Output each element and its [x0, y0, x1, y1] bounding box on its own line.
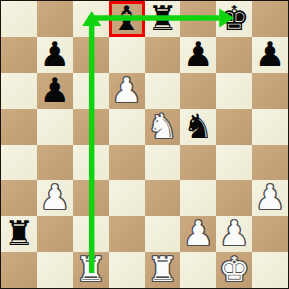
- square-e5[interactable]: ♞: [145, 109, 181, 145]
- square-e7[interactable]: [145, 37, 181, 73]
- square-g6[interactable]: [216, 73, 252, 109]
- square-c1[interactable]: ♜: [73, 252, 109, 288]
- square-d1[interactable]: [109, 252, 145, 288]
- square-h2[interactable]: [252, 216, 288, 252]
- square-a6[interactable]: [1, 73, 37, 109]
- square-h4[interactable]: [252, 145, 288, 181]
- square-b5[interactable]: [37, 109, 73, 145]
- square-c5[interactable]: [73, 109, 109, 145]
- square-a7[interactable]: [1, 37, 37, 73]
- square-f6[interactable]: [180, 73, 216, 109]
- square-d5[interactable]: [109, 109, 145, 145]
- piece-black-pawn[interactable]: ♟: [40, 37, 70, 71]
- square-h6[interactable]: [252, 73, 288, 109]
- piece-black-king[interactable]: ♚: [219, 1, 249, 35]
- square-g1[interactable]: ♚: [216, 252, 252, 288]
- square-a3[interactable]: [1, 180, 37, 216]
- square-h7[interactable]: ♟: [252, 37, 288, 73]
- square-g2[interactable]: ♟: [216, 216, 252, 252]
- square-c8[interactable]: [73, 1, 109, 37]
- piece-white-rook[interactable]: ♜: [75, 252, 105, 286]
- square-d8[interactable]: ♝: [109, 1, 145, 37]
- piece-black-knight[interactable]: ♞: [183, 109, 213, 143]
- piece-white-pawn[interactable]: ♟: [255, 180, 285, 214]
- square-h1[interactable]: [252, 252, 288, 288]
- piece-white-pawn[interactable]: ♟: [219, 216, 249, 250]
- square-b1[interactable]: [37, 252, 73, 288]
- square-g7[interactable]: [216, 37, 252, 73]
- square-c4[interactable]: [73, 145, 109, 181]
- square-e6[interactable]: [145, 73, 181, 109]
- piece-black-pawn[interactable]: ♟: [40, 73, 70, 107]
- square-f4[interactable]: [180, 145, 216, 181]
- square-a5[interactable]: [1, 109, 37, 145]
- square-d4[interactable]: [109, 145, 145, 181]
- square-c3[interactable]: [73, 180, 109, 216]
- square-f8[interactable]: [180, 1, 216, 37]
- square-b4[interactable]: [37, 145, 73, 181]
- square-a4[interactable]: [1, 145, 37, 181]
- piece-white-king[interactable]: ♚: [219, 252, 249, 286]
- square-a2[interactable]: ♜: [1, 216, 37, 252]
- square-f7[interactable]: ♟: [180, 37, 216, 73]
- square-h5[interactable]: [252, 109, 288, 145]
- piece-black-bishop[interactable]: ♝: [111, 1, 141, 35]
- square-e1[interactable]: ♜: [145, 252, 181, 288]
- square-b3[interactable]: ♟: [37, 180, 73, 216]
- square-e4[interactable]: [145, 145, 181, 181]
- square-b6[interactable]: ♟: [37, 73, 73, 109]
- square-c2[interactable]: [73, 216, 109, 252]
- square-b2[interactable]: [37, 216, 73, 252]
- chess-board: ♝♜♚♟♟♟♟♟♞♞♟♟♜♟♟♜♜♚: [0, 0, 289, 289]
- square-g3[interactable]: [216, 180, 252, 216]
- piece-black-rook[interactable]: ♜: [147, 1, 177, 35]
- square-f5[interactable]: ♞: [180, 109, 216, 145]
- square-b8[interactable]: [37, 1, 73, 37]
- square-d6[interactable]: ♟: [109, 73, 145, 109]
- square-c7[interactable]: [73, 37, 109, 73]
- piece-white-pawn[interactable]: ♟: [40, 180, 70, 214]
- square-c6[interactable]: [73, 73, 109, 109]
- square-f2[interactable]: ♟: [180, 216, 216, 252]
- square-f1[interactable]: [180, 252, 216, 288]
- square-b7[interactable]: ♟: [37, 37, 73, 73]
- square-h3[interactable]: ♟: [252, 180, 288, 216]
- square-a8[interactable]: [1, 1, 37, 37]
- piece-black-rook[interactable]: ♜: [4, 216, 34, 250]
- piece-black-pawn[interactable]: ♟: [183, 37, 213, 71]
- piece-white-rook[interactable]: ♜: [147, 252, 177, 286]
- piece-white-pawn[interactable]: ♟: [183, 216, 213, 250]
- square-d3[interactable]: [109, 180, 145, 216]
- square-f3[interactable]: [180, 180, 216, 216]
- square-h8[interactable]: [252, 1, 288, 37]
- piece-black-pawn[interactable]: ♟: [255, 37, 285, 71]
- square-e3[interactable]: [145, 180, 181, 216]
- square-g8[interactable]: ♚: [216, 1, 252, 37]
- square-a1[interactable]: [1, 252, 37, 288]
- square-g4[interactable]: [216, 145, 252, 181]
- piece-white-knight[interactable]: ♞: [147, 109, 177, 143]
- square-e8[interactable]: ♜: [145, 1, 181, 37]
- square-d2[interactable]: [109, 216, 145, 252]
- square-g5[interactable]: [216, 109, 252, 145]
- piece-white-pawn[interactable]: ♟: [111, 73, 141, 107]
- square-d7[interactable]: [109, 37, 145, 73]
- square-e2[interactable]: [145, 216, 181, 252]
- board-grid: ♝♜♚♟♟♟♟♟♞♞♟♟♜♟♟♜♜♚: [1, 1, 288, 288]
